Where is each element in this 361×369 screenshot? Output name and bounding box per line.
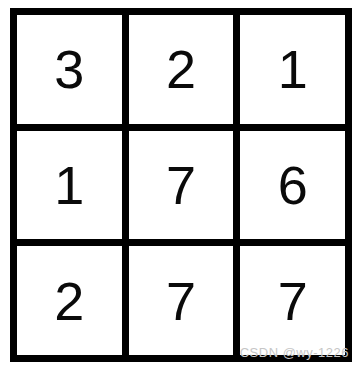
cell-r3c1: 2 [17,246,122,355]
cell-r3c3: 7 [240,246,345,355]
cell-r3c2: 7 [129,246,234,355]
puzzle-diagram: 3 2 1 1 7 6 2 7 7 CSDN @wy-1226 [0,0,361,369]
cell-r2c3: 6 [240,131,345,240]
cell-r2c2: 7 [129,131,234,240]
cell-r2c1: 1 [17,131,122,240]
cell-r1c3: 1 [240,15,345,124]
cell-r1c2: 2 [129,15,234,124]
cell-r1c1: 3 [17,15,122,124]
number-grid: 3 2 1 1 7 6 2 7 7 [10,8,352,362]
